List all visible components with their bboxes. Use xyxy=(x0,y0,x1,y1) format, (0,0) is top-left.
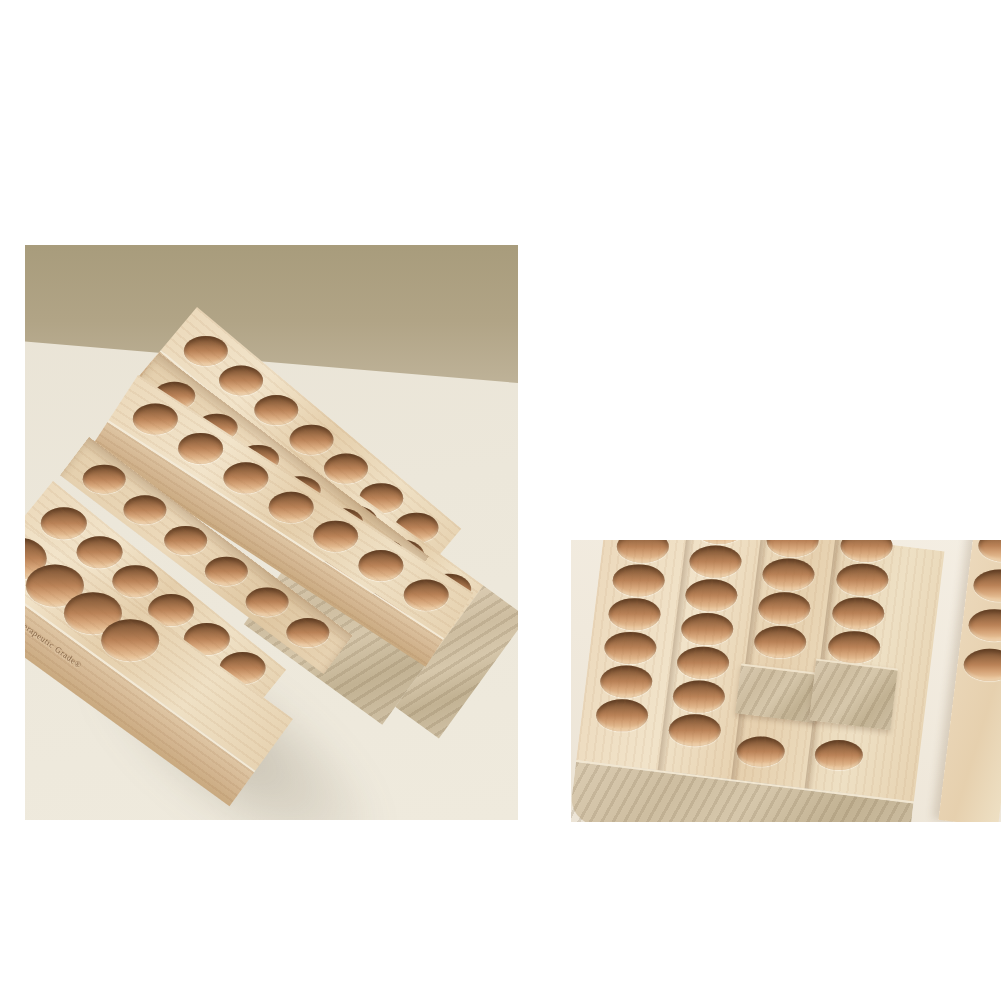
bottle-hole xyxy=(404,579,449,610)
bottle-hole xyxy=(964,649,1001,681)
photo-left-tiered-rack: TG Certified Pure Therapeutic Grade® xyxy=(25,245,518,820)
bottle-hole xyxy=(64,592,122,634)
rail-step-shadow xyxy=(731,540,771,780)
bottle-hole xyxy=(767,540,819,557)
bottle-hole xyxy=(246,587,289,616)
bottle-hole xyxy=(101,619,159,661)
bottle-hole xyxy=(690,546,742,578)
bottle-hole xyxy=(669,714,721,746)
bottle-hole xyxy=(685,579,737,611)
bottle-hole xyxy=(681,613,733,645)
bottle-hole xyxy=(26,565,84,607)
closeup-rack-slab xyxy=(571,540,944,822)
rail-end-grain-face xyxy=(809,659,898,731)
bottle-hole xyxy=(841,540,893,562)
bottle-hole xyxy=(205,556,248,585)
oil-rack-stand: TG Certified Pure Therapeutic Grade® xyxy=(25,245,518,820)
bottle-hole xyxy=(815,740,863,770)
bottle-hole xyxy=(609,598,661,630)
bottle-hole xyxy=(836,564,888,596)
rail-end-grain-face xyxy=(735,664,820,723)
clipped-edge-rail xyxy=(938,540,1001,822)
bottle-hole xyxy=(254,395,298,425)
bottle-hole xyxy=(184,336,228,366)
bottle-hole xyxy=(219,365,263,395)
bottle-hole xyxy=(617,540,669,563)
bottle-hole xyxy=(762,559,814,591)
bottle-hole xyxy=(604,632,656,664)
bottle-hole xyxy=(600,666,652,698)
bottle-hole xyxy=(269,491,314,522)
bottle-hole xyxy=(314,520,359,551)
rail-step-shadow xyxy=(658,540,698,771)
bottle-hole xyxy=(124,495,167,524)
bottle-hole xyxy=(596,699,648,731)
bottle-hole xyxy=(677,647,729,679)
bottle-hole xyxy=(969,609,1001,641)
bottle-hole xyxy=(25,538,47,580)
photo-right-closeup-rack xyxy=(571,540,1001,822)
bottle-hole xyxy=(973,569,1001,601)
bottle-hole xyxy=(324,454,368,484)
slab-top-surface xyxy=(576,540,944,802)
bottle-hole xyxy=(613,564,665,596)
bottle-hole xyxy=(178,433,223,464)
bottle-hole xyxy=(164,526,207,555)
bottle-hole xyxy=(77,536,123,568)
bottle-hole xyxy=(978,540,1001,562)
bottle-hole xyxy=(133,403,178,434)
bottle-hole xyxy=(359,550,404,581)
bottle-hole xyxy=(832,597,884,629)
bottle-hole xyxy=(694,540,746,544)
bottle-hole xyxy=(758,592,810,624)
bottle-hole xyxy=(83,464,126,493)
bottle-hole xyxy=(41,507,87,539)
bottle-hole xyxy=(289,424,333,454)
bottle-hole xyxy=(828,631,880,663)
bottle-hole xyxy=(754,626,806,658)
bottle-hole xyxy=(673,681,725,713)
bottle-hole xyxy=(223,462,268,493)
bottle-hole xyxy=(287,618,330,647)
